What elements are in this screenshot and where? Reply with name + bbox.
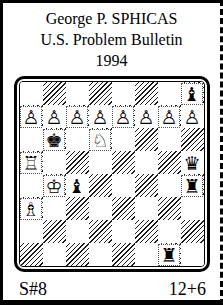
square-a6 (20, 128, 43, 151)
square-b3 (43, 197, 66, 220)
square-g6 (158, 128, 181, 151)
square-h7: ♙ (181, 105, 204, 128)
piece-wP-b7: ♙ (43, 106, 65, 128)
piece-wP-g7: ♙ (158, 106, 180, 128)
piece-wP-a7: ♙ (20, 106, 42, 128)
square-h5: ♛ (181, 151, 204, 174)
square-b7: ♙ (43, 105, 66, 128)
problem-card: George P. SPHICAS U.S. Problem Bulletin … (0, 0, 223, 305)
board-frame: ♝♙♙♙♙♙♙♙♙♚♘♖♛♔♝♜♗♜ (14, 76, 210, 272)
piece-bB-h8: ♝ (181, 83, 203, 105)
piece-wN-d6: ♘ (89, 129, 111, 151)
square-b4: ♔ (43, 174, 66, 197)
square-g4 (158, 174, 181, 197)
piece-bR-g1: ♜ (158, 244, 180, 266)
square-d8 (89, 82, 112, 105)
author-name: George P. SPHICAS (3, 8, 220, 29)
square-e3 (112, 197, 135, 220)
black-piece-glyph: ♜ (183, 176, 200, 196)
square-a1 (20, 243, 43, 266)
square-c8 (66, 82, 89, 105)
square-h6 (181, 128, 204, 151)
white-piece-glyph: ♙ (45, 107, 62, 127)
square-e5 (112, 151, 135, 174)
white-piece-glyph: ♘ (91, 130, 108, 150)
square-g2 (158, 220, 181, 243)
problem-footer: S#8 12+6 (3, 279, 220, 300)
square-g1: ♜ (158, 243, 181, 266)
square-f5 (135, 151, 158, 174)
piece-wP-d7: ♙ (89, 106, 111, 128)
square-e4 (112, 174, 135, 197)
square-f8 (135, 82, 158, 105)
black-piece-glyph: ♜ (160, 245, 177, 265)
black-piece-glyph: ♝ (68, 176, 85, 196)
square-f3 (135, 197, 158, 220)
square-e7: ♙ (112, 105, 135, 128)
white-piece-glyph: ♙ (114, 107, 131, 127)
square-h3 (181, 197, 204, 220)
square-h2 (181, 220, 204, 243)
square-d5 (89, 151, 112, 174)
square-e6 (112, 128, 135, 151)
piece-count-label: 12+6 (169, 279, 206, 300)
square-b6: ♚ (43, 128, 66, 151)
white-piece-glyph: ♙ (160, 107, 177, 127)
black-piece-glyph: ♚ (45, 130, 62, 150)
square-c4: ♝ (66, 174, 89, 197)
square-h1 (181, 243, 204, 266)
square-b1 (43, 243, 66, 266)
white-piece-glyph: ♖ (22, 153, 39, 173)
square-f1 (135, 243, 158, 266)
white-piece-glyph: ♙ (68, 107, 85, 127)
square-d7: ♙ (89, 105, 112, 128)
square-a8 (20, 82, 43, 105)
square-a2 (20, 220, 43, 243)
black-piece-glyph: ♛ (183, 153, 200, 173)
square-a5: ♖ (20, 151, 43, 174)
piece-bB-c4: ♝ (66, 175, 88, 197)
source-name: U.S. Problem Bulletin (3, 29, 220, 50)
square-c7: ♙ (66, 105, 89, 128)
white-piece-glyph: ♗ (22, 199, 39, 219)
problem-header: George P. SPHICAS U.S. Problem Bulletin … (3, 3, 220, 71)
board-inner-frame: ♝♙♙♙♙♙♙♙♙♚♘♖♛♔♝♜♗♜ (19, 81, 205, 267)
square-h4: ♜ (181, 174, 204, 197)
piece-wR-a5: ♖ (20, 152, 42, 174)
piece-wP-e7: ♙ (112, 106, 134, 128)
square-e2 (112, 220, 135, 243)
white-piece-glyph: ♙ (183, 107, 200, 127)
square-h8: ♝ (181, 82, 204, 105)
square-d2 (89, 220, 112, 243)
chess-board: ♝♙♙♙♙♙♙♙♙♚♘♖♛♔♝♜♗♜ (20, 82, 204, 266)
square-f6 (135, 128, 158, 151)
square-b2 (43, 220, 66, 243)
square-b8 (43, 82, 66, 105)
black-piece-glyph: ♝ (183, 84, 200, 104)
square-g3 (158, 197, 181, 220)
white-piece-glyph: ♙ (91, 107, 108, 127)
square-g7: ♙ (158, 105, 181, 128)
square-d4 (89, 174, 112, 197)
square-d6: ♘ (89, 128, 112, 151)
square-e8 (112, 82, 135, 105)
piece-wP-c7: ♙ (66, 106, 88, 128)
piece-wP-f7: ♙ (135, 106, 157, 128)
square-a4 (20, 174, 43, 197)
piece-bQ-h5: ♛ (181, 152, 203, 174)
square-d1 (89, 243, 112, 266)
piece-wB-a3: ♗ (20, 198, 42, 220)
square-f2 (135, 220, 158, 243)
square-c2 (66, 220, 89, 243)
piece-wK-b4: ♔ (43, 175, 65, 197)
square-c1 (66, 243, 89, 266)
white-piece-glyph: ♔ (45, 176, 62, 196)
square-f7: ♙ (135, 105, 158, 128)
square-c6 (66, 128, 89, 151)
square-a7: ♙ (20, 105, 43, 128)
piece-bK-b6: ♚ (43, 129, 65, 151)
square-e1 (112, 243, 135, 266)
square-g8 (158, 82, 181, 105)
piece-bR-h4: ♜ (181, 175, 203, 197)
square-g5 (158, 151, 181, 174)
source-year: 1994 (3, 50, 220, 71)
square-b5 (43, 151, 66, 174)
white-piece-glyph: ♙ (137, 107, 154, 127)
square-c3 (66, 197, 89, 220)
piece-wP-h7: ♙ (181, 106, 203, 128)
square-c5 (66, 151, 89, 174)
square-f4 (135, 174, 158, 197)
square-d3 (89, 197, 112, 220)
white-piece-glyph: ♙ (22, 107, 39, 127)
square-a3: ♗ (20, 197, 43, 220)
stipulation-label: S#8 (19, 279, 47, 300)
